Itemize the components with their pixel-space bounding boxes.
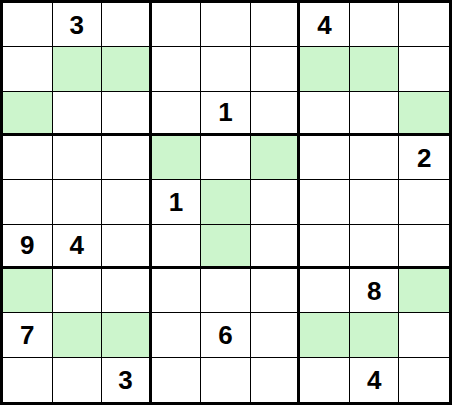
cell-r5c4[interactable]: 1 <box>152 180 202 224</box>
cell-r8c7[interactable] <box>300 313 350 357</box>
cell-r7c9[interactable] <box>399 269 449 313</box>
cell-r2c9[interactable] <box>399 47 449 91</box>
cell-r4c3[interactable] <box>102 136 152 180</box>
cell-r6c6[interactable] <box>251 225 301 269</box>
cell-r6c3[interactable] <box>102 225 152 269</box>
cell-r3c8[interactable] <box>350 92 400 136</box>
cell-r2c2[interactable] <box>53 47 103 91</box>
cell-r5c1[interactable] <box>3 180 53 224</box>
cell-r5c2[interactable] <box>53 180 103 224</box>
cell-r4c7[interactable] <box>300 136 350 180</box>
cell-r8c2[interactable] <box>53 313 103 357</box>
cell-r7c7[interactable] <box>300 269 350 313</box>
cell-r9c1[interactable] <box>3 358 53 402</box>
cell-r8c9[interactable] <box>399 313 449 357</box>
cell-r9c9[interactable] <box>399 358 449 402</box>
cell-r2c3[interactable] <box>102 47 152 91</box>
cell-r3c3[interactable] <box>102 92 152 136</box>
cell-r2c7[interactable] <box>300 47 350 91</box>
cell-r4c5[interactable] <box>201 136 251 180</box>
cell-r1c9[interactable] <box>399 3 449 47</box>
cell-r5c5[interactable] <box>201 180 251 224</box>
cell-r4c6[interactable] <box>251 136 301 180</box>
cell-r1c4[interactable] <box>152 3 202 47</box>
cell-r1c2[interactable]: 3 <box>53 3 103 47</box>
cell-r9c2[interactable] <box>53 358 103 402</box>
cell-r1c5[interactable] <box>201 3 251 47</box>
cell-r7c5[interactable] <box>201 269 251 313</box>
cell-r3c1[interactable] <box>3 92 53 136</box>
cell-r3c9[interactable] <box>399 92 449 136</box>
cell-r3c2[interactable] <box>53 92 103 136</box>
cell-r5c6[interactable] <box>251 180 301 224</box>
cell-r8c3[interactable] <box>102 313 152 357</box>
cell-r3c6[interactable] <box>251 92 301 136</box>
cell-r1c7[interactable]: 4 <box>300 3 350 47</box>
cell-r9c7[interactable] <box>300 358 350 402</box>
cell-r8c5[interactable]: 6 <box>201 313 251 357</box>
cell-r2c8[interactable] <box>350 47 400 91</box>
cell-r6c2[interactable]: 4 <box>53 225 103 269</box>
cell-r9c5[interactable] <box>201 358 251 402</box>
cell-r7c8[interactable]: 8 <box>350 269 400 313</box>
cell-r7c4[interactable] <box>152 269 202 313</box>
cell-r8c4[interactable] <box>152 313 202 357</box>
cell-r3c4[interactable] <box>152 92 202 136</box>
cell-r2c1[interactable] <box>3 47 53 91</box>
cell-r6c5[interactable] <box>201 225 251 269</box>
cell-r4c1[interactable] <box>3 136 53 180</box>
cell-r5c8[interactable] <box>350 180 400 224</box>
sudoku-board: 341219487634 <box>0 0 452 405</box>
cell-r8c1[interactable]: 7 <box>3 313 53 357</box>
cell-r6c8[interactable] <box>350 225 400 269</box>
cell-r8c8[interactable] <box>350 313 400 357</box>
cell-r7c2[interactable] <box>53 269 103 313</box>
cell-r4c9[interactable]: 2 <box>399 136 449 180</box>
cell-r7c6[interactable] <box>251 269 301 313</box>
cell-r6c1[interactable]: 9 <box>3 225 53 269</box>
cell-r6c9[interactable] <box>399 225 449 269</box>
cell-r3c5[interactable]: 1 <box>201 92 251 136</box>
cell-r5c3[interactable] <box>102 180 152 224</box>
cell-r4c8[interactable] <box>350 136 400 180</box>
cell-r5c9[interactable] <box>399 180 449 224</box>
cell-r9c3[interactable]: 3 <box>102 358 152 402</box>
cell-r2c4[interactable] <box>152 47 202 91</box>
cell-r1c1[interactable] <box>3 3 53 47</box>
cell-r8c6[interactable] <box>251 313 301 357</box>
cell-r4c4[interactable] <box>152 136 202 180</box>
cell-r7c3[interactable] <box>102 269 152 313</box>
cell-r1c3[interactable] <box>102 3 152 47</box>
cell-r1c8[interactable] <box>350 3 400 47</box>
cell-r9c4[interactable] <box>152 358 202 402</box>
cell-r5c7[interactable] <box>300 180 350 224</box>
cell-r2c6[interactable] <box>251 47 301 91</box>
cell-r6c4[interactable] <box>152 225 202 269</box>
cell-r4c2[interactable] <box>53 136 103 180</box>
cell-r9c8[interactable]: 4 <box>350 358 400 402</box>
cell-r6c7[interactable] <box>300 225 350 269</box>
cell-r1c6[interactable] <box>251 3 301 47</box>
cell-r7c1[interactable] <box>3 269 53 313</box>
cell-r9c6[interactable] <box>251 358 301 402</box>
cell-r2c5[interactable] <box>201 47 251 91</box>
cell-r3c7[interactable] <box>300 92 350 136</box>
